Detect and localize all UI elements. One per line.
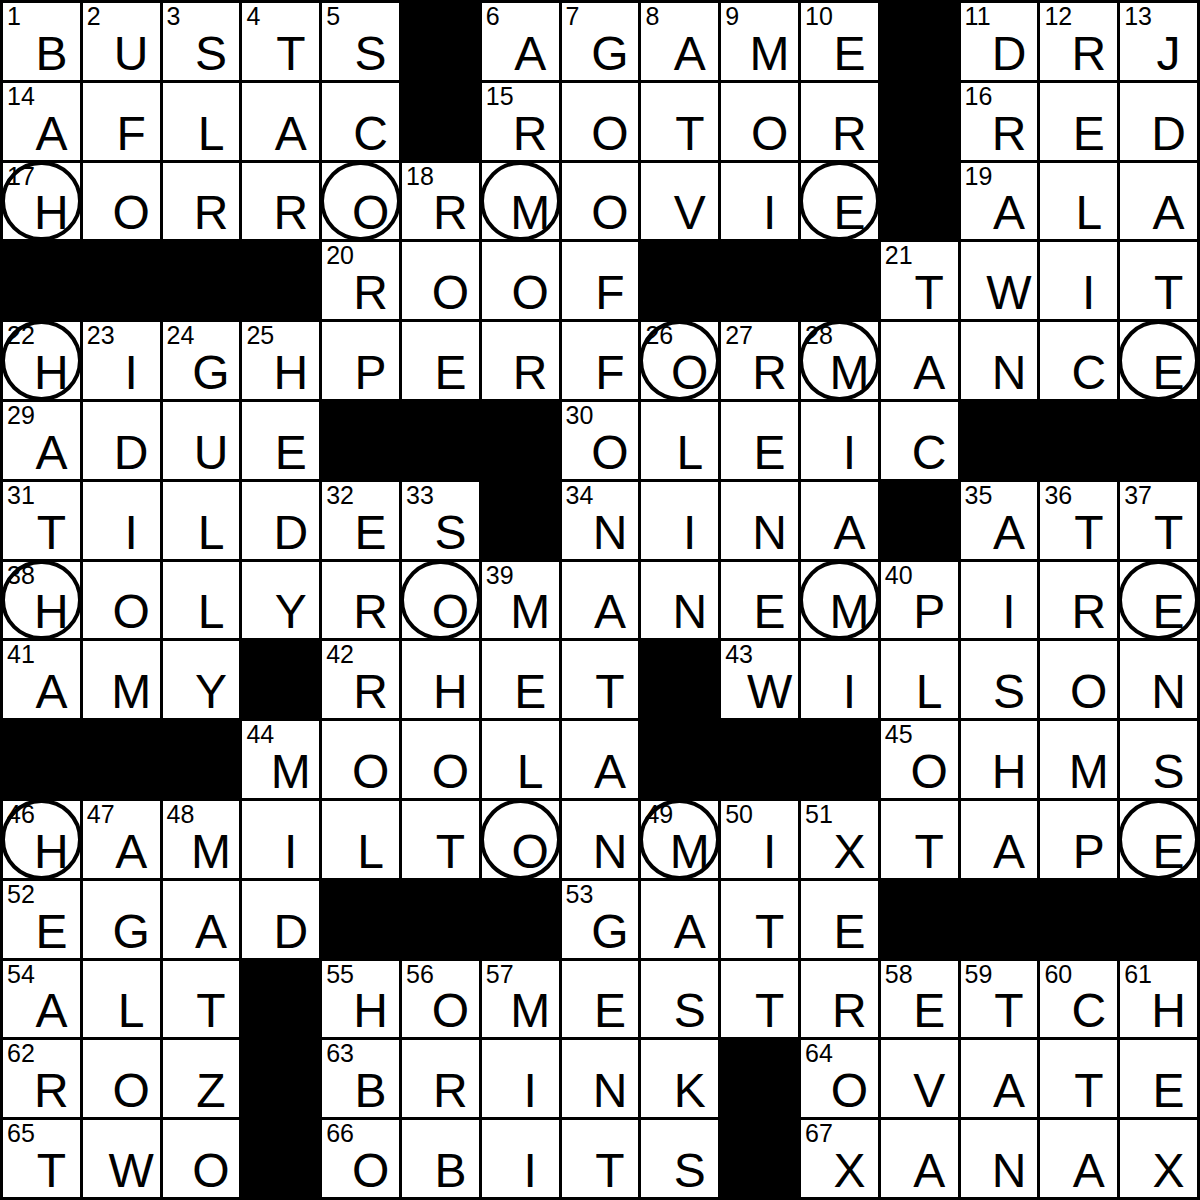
letter: I (1050, 269, 1127, 317)
cell-r2c8[interactable]: O (562, 83, 639, 160)
cell-r5c15[interactable]: E (1120, 322, 1197, 399)
letter: O (731, 110, 808, 158)
crossword-grid: 1B2U3S4T5S6A7G8A9M10E11D12R13J14AFLAC15R… (0, 0, 1200, 1200)
cell-r7c5[interactable]: 32E (322, 482, 399, 559)
cell-r4c12[interactable]: 21T (881, 242, 958, 319)
cell-r4c15[interactable]: T (1120, 242, 1197, 319)
letter: M (811, 588, 888, 636)
cell-r6c12[interactable]: C (881, 402, 958, 479)
letter: E (1130, 588, 1200, 636)
cell-r5c7[interactable]: R (482, 322, 559, 399)
cell-r1c9[interactable]: 8A (641, 3, 718, 80)
clue-number: 7 (566, 3, 580, 31)
cell-r1c11[interactable]: 10E (801, 3, 878, 80)
letter: A (252, 110, 329, 158)
cell-r1c1[interactable]: 1B (3, 3, 80, 80)
clue-number: 55 (326, 961, 354, 989)
cell-r14c8[interactable]: N (562, 1040, 639, 1117)
cell-r2c13[interactable]: 16R (961, 83, 1038, 160)
block-cell-r14c4 (242, 1040, 319, 1117)
letter: L (332, 828, 409, 876)
letter: O (412, 588, 489, 636)
cell-r5c13[interactable]: N (961, 322, 1038, 399)
letter: L (1050, 189, 1127, 237)
block-cell-r12c12 (881, 881, 958, 958)
cell-r13c11[interactable]: R (801, 961, 878, 1038)
cell-r14c2[interactable]: O (83, 1040, 160, 1117)
cell-r4c5[interactable]: 20R (322, 242, 399, 319)
cell-r13c12[interactable]: 58E (881, 961, 958, 1038)
block-cell-r12c6 (402, 881, 479, 958)
letter: E (811, 189, 888, 237)
cell-r4c6[interactable]: O (402, 242, 479, 319)
cell-r5c10[interactable]: 27R (721, 322, 798, 399)
cell-r14c12[interactable]: V (881, 1040, 958, 1117)
cell-r14c7[interactable]: I (482, 1040, 559, 1117)
block-cell-r4c2 (83, 242, 160, 319)
letter: S (412, 509, 489, 557)
block-cell-r12c7 (482, 881, 559, 958)
block-cell-r7c12 (881, 482, 958, 559)
cell-r9c11[interactable]: I (801, 641, 878, 718)
cell-r1c10[interactable]: 9M (721, 3, 798, 80)
clue-number: 4 (246, 3, 260, 31)
cell-r7c10[interactable]: N (721, 482, 798, 559)
block-cell-r7c7 (482, 482, 559, 559)
letter: P (332, 349, 409, 397)
clue-number: 45 (885, 721, 913, 749)
cell-r1c14[interactable]: 12R (1040, 3, 1117, 80)
cell-r7c2[interactable]: I (83, 482, 160, 559)
block-cell-r2c6 (402, 83, 479, 160)
cell-r14c1[interactable]: 62R (3, 1040, 80, 1117)
cell-r6c9[interactable]: L (641, 402, 718, 479)
cell-r11c3[interactable]: 48M (163, 801, 240, 878)
cell-r5c11[interactable]: 28M (801, 322, 878, 399)
cell-r15c15[interactable]: X (1120, 1120, 1197, 1197)
letter: A (492, 30, 569, 78)
cell-r7c4[interactable]: D (242, 482, 319, 559)
letter: H (252, 349, 329, 397)
cell-r3c14[interactable]: L (1040, 163, 1117, 240)
letter: S (651, 987, 728, 1035)
cell-r3c6[interactable]: 18R (402, 163, 479, 240)
cell-r13c2[interactable]: L (83, 961, 160, 1038)
cell-r7c8[interactable]: 34N (562, 482, 639, 559)
block-cell-r13c4 (242, 961, 319, 1038)
cell-r11c14[interactable]: P (1040, 801, 1117, 878)
cell-r5c4[interactable]: 25H (242, 322, 319, 399)
cell-r7c15[interactable]: 37T (1120, 482, 1197, 559)
cell-r3c3[interactable]: R (163, 163, 240, 240)
cell-r1c2[interactable]: 2U (83, 3, 160, 80)
cell-r8c6[interactable]: O (402, 562, 479, 639)
letter: I (93, 509, 170, 557)
cell-r11c5[interactable]: L (322, 801, 399, 878)
letter: T (1130, 509, 1200, 557)
letter: E (572, 987, 649, 1035)
cell-r3c13[interactable]: 19A (961, 163, 1038, 240)
letter: Z (173, 1067, 250, 1115)
cell-r10c5[interactable]: O (322, 721, 399, 798)
cell-r11c13[interactable]: A (961, 801, 1038, 878)
cell-r11c15[interactable]: E (1120, 801, 1197, 878)
cell-r10c7[interactable]: L (482, 721, 559, 798)
clue-number: 61 (1124, 961, 1152, 989)
cell-r14c14[interactable]: T (1040, 1040, 1117, 1117)
cell-r5c1[interactable]: 22H (3, 322, 80, 399)
cell-r14c5[interactable]: 63B (322, 1040, 399, 1117)
cell-r15c5[interactable]: 66O (322, 1120, 399, 1197)
cell-r4c14[interactable]: I (1040, 242, 1117, 319)
block-cell-r4c1 (3, 242, 80, 319)
letter: W (971, 269, 1048, 317)
cell-r7c9[interactable]: I (641, 482, 718, 559)
cell-r15c12[interactable]: A (881, 1120, 958, 1197)
letter: R (412, 189, 489, 237)
letter: O (93, 189, 170, 237)
cell-r15c11[interactable]: 67X (801, 1120, 878, 1197)
cell-r6c3[interactable]: U (163, 402, 240, 479)
block-cell-r4c9 (641, 242, 718, 319)
cell-r11c7[interactable]: O (482, 801, 559, 878)
letter: O (492, 828, 569, 876)
cell-r3c1[interactable]: 17H (3, 163, 80, 240)
cell-r11c9[interactable]: 49M (641, 801, 718, 878)
letter: A (651, 908, 728, 956)
cell-r5c6[interactable]: E (402, 322, 479, 399)
clue-number: 40 (885, 562, 913, 590)
cell-r2c1[interactable]: 14A (3, 83, 80, 160)
letter: T (1050, 509, 1127, 557)
cell-r10c12[interactable]: 45O (881, 721, 958, 798)
cell-r14c13[interactable]: A (961, 1040, 1038, 1117)
cell-r7c13[interactable]: 35A (961, 482, 1038, 559)
letter: A (173, 908, 250, 956)
cell-r12c9[interactable]: A (641, 881, 718, 958)
cell-r3c4[interactable]: R (242, 163, 319, 240)
cell-r9c7[interactable]: E (482, 641, 559, 718)
cell-r12c10[interactable]: T (721, 881, 798, 958)
block-cell-r3c12 (881, 163, 958, 240)
letter: L (492, 748, 569, 796)
cell-r11c6[interactable]: T (402, 801, 479, 878)
cell-r9c3[interactable]: Y (163, 641, 240, 718)
letter: U (93, 30, 170, 78)
block-cell-r9c9 (641, 641, 718, 718)
letter: N (971, 1147, 1048, 1195)
cell-r9c14[interactable]: O (1040, 641, 1117, 718)
cell-r15c8[interactable]: T (562, 1120, 639, 1197)
letter: A (13, 429, 90, 477)
cell-r12c8[interactable]: 53G (562, 881, 639, 958)
cell-r10c14[interactable]: M (1040, 721, 1117, 798)
block-cell-r6c7 (482, 402, 559, 479)
letter: A (891, 1147, 968, 1195)
letter: X (811, 1147, 888, 1195)
cell-r13c15[interactable]: 61H (1120, 961, 1197, 1038)
cell-r9c12[interactable]: L (881, 641, 958, 718)
letter: M (492, 987, 569, 1035)
clue-number: 64 (805, 1040, 833, 1068)
cell-r4c13[interactable]: W (961, 242, 1038, 319)
cell-r8c4[interactable]: Y (242, 562, 319, 639)
cell-r15c13[interactable]: N (961, 1120, 1038, 1197)
cell-r2c7[interactable]: 15R (482, 83, 559, 160)
clue-number: 25 (246, 322, 274, 350)
letter: R (971, 110, 1048, 158)
cell-r12c11[interactable]: E (801, 881, 878, 958)
cell-r9c6[interactable]: H (402, 641, 479, 718)
letter: O (651, 349, 728, 397)
letter: C (1050, 349, 1127, 397)
cell-r15c1[interactable]: 65T (3, 1120, 80, 1197)
cell-r13c14[interactable]: 60C (1040, 961, 1117, 1038)
letter: W (731, 668, 808, 716)
cell-r3c5[interactable]: O (322, 163, 399, 240)
clue-number: 6 (486, 3, 500, 31)
cell-r15c2[interactable]: W (83, 1120, 160, 1197)
cell-r13c1[interactable]: 54A (3, 961, 80, 1038)
cell-r5c12[interactable]: A (881, 322, 958, 399)
cell-r1c7[interactable]: 6A (482, 3, 559, 80)
letter: O (412, 987, 489, 1035)
cell-r3c11[interactable]: E (801, 163, 878, 240)
cell-r15c3[interactable]: O (163, 1120, 240, 1197)
cell-r14c6[interactable]: R (402, 1040, 479, 1117)
cell-r2c14[interactable]: E (1040, 83, 1117, 160)
cell-r12c1[interactable]: 52E (3, 881, 80, 958)
cell-r15c14[interactable]: A (1040, 1120, 1117, 1197)
cell-r5c5[interactable]: P (322, 322, 399, 399)
letter: O (332, 1147, 409, 1195)
cell-r13c6[interactable]: 56O (402, 961, 479, 1038)
cell-r3c7[interactable]: M (482, 163, 559, 240)
cell-r5c2[interactable]: 23I (83, 322, 160, 399)
cell-r12c2[interactable]: G (83, 881, 160, 958)
cell-r5c9[interactable]: 26O (641, 322, 718, 399)
cell-r9c5[interactable]: 42R (322, 641, 399, 718)
cell-r8c10[interactable]: E (721, 562, 798, 639)
cell-r2c2[interactable]: F (83, 83, 160, 160)
cell-r14c3[interactable]: Z (163, 1040, 240, 1117)
cell-r13c10[interactable]: T (721, 961, 798, 1038)
letter: Y (252, 588, 329, 636)
letter: O (891, 748, 968, 796)
cell-r6c2[interactable]: D (83, 402, 160, 479)
cell-r14c11[interactable]: 64O (801, 1040, 878, 1117)
cell-r11c8[interactable]: N (562, 801, 639, 878)
cell-r9c8[interactable]: T (562, 641, 639, 718)
letter: O (492, 269, 569, 317)
clue-number: 12 (1044, 3, 1072, 31)
cell-r6c10[interactable]: E (721, 402, 798, 479)
letter: A (13, 987, 90, 1035)
cell-r2c3[interactable]: L (163, 83, 240, 160)
cell-r6c11[interactable]: I (801, 402, 878, 479)
cell-r9c15[interactable]: N (1120, 641, 1197, 718)
letter: F (572, 269, 649, 317)
cell-r5c14[interactable]: C (1040, 322, 1117, 399)
cell-r8c8[interactable]: A (562, 562, 639, 639)
letter: T (13, 1147, 90, 1195)
block-cell-r4c4 (242, 242, 319, 319)
clue-number: 5 (326, 3, 340, 31)
cell-r8c9[interactable]: N (641, 562, 718, 639)
clue-number: 14 (7, 83, 35, 111)
cell-r6c8[interactable]: 30O (562, 402, 639, 479)
cell-r3c9[interactable]: V (641, 163, 718, 240)
letter: A (811, 509, 888, 557)
cell-r5c8[interactable]: F (562, 322, 639, 399)
letter: E (731, 429, 808, 477)
letter: L (891, 668, 968, 716)
letter: S (332, 30, 409, 78)
clue-number: 65 (7, 1120, 35, 1148)
block-cell-r9c4 (242, 641, 319, 718)
cell-r11c12[interactable]: T (881, 801, 958, 878)
cell-r1c8[interactable]: 7G (562, 3, 639, 80)
letter: E (252, 429, 329, 477)
letter: Y (173, 668, 250, 716)
cell-r2c4[interactable]: A (242, 83, 319, 160)
cell-r11c1[interactable]: 46H (3, 801, 80, 878)
clue-number: 19 (965, 163, 993, 191)
block-cell-r6c13 (961, 402, 1038, 479)
cell-r7c14[interactable]: 36T (1040, 482, 1117, 559)
letter: L (173, 110, 250, 158)
letter: G (572, 908, 649, 956)
cell-r9c2[interactable]: M (83, 641, 160, 718)
cell-r2c11[interactable]: R (801, 83, 878, 160)
letter: H (13, 828, 90, 876)
cell-r10c15[interactable]: S (1120, 721, 1197, 798)
block-cell-r4c11 (801, 242, 878, 319)
cell-r13c3[interactable]: T (163, 961, 240, 1038)
letter: E (811, 908, 888, 956)
clue-number: 20 (326, 242, 354, 270)
cell-r4c8[interactable]: F (562, 242, 639, 319)
cell-r11c11[interactable]: 51X (801, 801, 878, 878)
letter: O (93, 1067, 170, 1115)
letter: R (811, 110, 888, 158)
letter: A (891, 349, 968, 397)
cell-r8c12[interactable]: 40P (881, 562, 958, 639)
cell-r10c13[interactable]: H (961, 721, 1038, 798)
cell-r13c9[interactable]: S (641, 961, 718, 1038)
cell-r7c11[interactable]: A (801, 482, 878, 559)
cell-r3c2[interactable]: O (83, 163, 160, 240)
block-cell-r15c10 (721, 1120, 798, 1197)
clue-number: 10 (805, 3, 833, 31)
letter: A (971, 828, 1048, 876)
letter: M (651, 828, 728, 876)
cell-r8c13[interactable]: I (961, 562, 1038, 639)
cell-r3c15[interactable]: A (1120, 163, 1197, 240)
cell-r1c15[interactable]: 13J (1120, 3, 1197, 80)
letter: I (252, 828, 329, 876)
clue-number: 56 (406, 961, 434, 989)
cell-r2c10[interactable]: O (721, 83, 798, 160)
cell-r8c14[interactable]: R (1040, 562, 1117, 639)
letter: T (971, 987, 1048, 1035)
cell-r8c15[interactable]: E (1120, 562, 1197, 639)
cell-r7c6[interactable]: 33S (402, 482, 479, 559)
clue-number: 21 (885, 242, 913, 270)
cell-r8c3[interactable]: L (163, 562, 240, 639)
letter: O (332, 189, 409, 237)
cell-r9c10[interactable]: 43W (721, 641, 798, 718)
letter: M (492, 189, 569, 237)
letter: T (1130, 269, 1200, 317)
cell-r15c7[interactable]: I (482, 1120, 559, 1197)
cell-r15c9[interactable]: S (641, 1120, 718, 1197)
cell-r1c5[interactable]: 5S (322, 3, 399, 80)
cell-r1c13[interactable]: 11D (961, 3, 1038, 80)
cell-r14c9[interactable]: K (641, 1040, 718, 1117)
letter: F (572, 349, 649, 397)
cell-r8c7[interactable]: 39M (482, 562, 559, 639)
cell-r9c1[interactable]: 41A (3, 641, 80, 718)
cell-r7c3[interactable]: L (163, 482, 240, 559)
cell-r10c6[interactable]: O (402, 721, 479, 798)
block-cell-r4c10 (721, 242, 798, 319)
cell-r13c8[interactable]: E (562, 961, 639, 1038)
cell-r8c2[interactable]: O (83, 562, 160, 639)
cell-r10c4[interactable]: 44M (242, 721, 319, 798)
letter: R (412, 1067, 489, 1115)
cell-r8c5[interactable]: R (322, 562, 399, 639)
cell-r2c15[interactable]: D (1120, 83, 1197, 160)
cell-r13c13[interactable]: 59T (961, 961, 1038, 1038)
clue-number: 27 (725, 322, 753, 350)
cell-r8c11[interactable]: M (801, 562, 878, 639)
cell-r8c1[interactable]: 38H (3, 562, 80, 639)
cell-r2c9[interactable]: T (641, 83, 718, 160)
clue-number: 32 (326, 482, 354, 510)
letter: C (332, 110, 409, 158)
letter: N (1130, 668, 1200, 716)
cell-r11c10[interactable]: 50I (721, 801, 798, 878)
cell-r1c4[interactable]: 4T (242, 3, 319, 80)
cell-r13c7[interactable]: 57M (482, 961, 559, 1038)
cell-r11c4[interactable]: I (242, 801, 319, 878)
cell-r1c3[interactable]: 3S (163, 3, 240, 80)
cell-r14c15[interactable]: E (1120, 1040, 1197, 1117)
cell-r5c3[interactable]: 24G (163, 322, 240, 399)
cell-r11c2[interactable]: 47A (83, 801, 160, 878)
cell-r3c10[interactable]: I (721, 163, 798, 240)
cell-r13c5[interactable]: 55H (322, 961, 399, 1038)
cell-r6c1[interactable]: 29A (3, 402, 80, 479)
letter: S (173, 30, 250, 78)
letter: T (173, 987, 250, 1035)
cell-r10c8[interactable]: A (562, 721, 639, 798)
cell-r3c8[interactable]: O (562, 163, 639, 240)
letter: O (1050, 668, 1127, 716)
cell-r9c13[interactable]: S (961, 641, 1038, 718)
cell-r12c3[interactable]: A (163, 881, 240, 958)
letter: C (891, 429, 968, 477)
cell-r2c5[interactable]: C (322, 83, 399, 160)
cell-r6c4[interactable]: E (242, 402, 319, 479)
cell-r7c1[interactable]: 31T (3, 482, 80, 559)
cell-r4c7[interactable]: O (482, 242, 559, 319)
letter: M (173, 828, 250, 876)
cell-r12c4[interactable]: D (242, 881, 319, 958)
letter: E (811, 30, 888, 78)
cell-r15c6[interactable]: B (402, 1120, 479, 1197)
